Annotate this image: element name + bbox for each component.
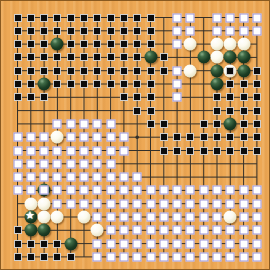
white-territory-marker	[66, 199, 75, 208]
white-territory-marker	[173, 186, 182, 195]
white-territory-marker	[13, 133, 22, 142]
white-territory-marker	[26, 146, 35, 155]
black-territory-marker	[93, 67, 101, 75]
black-territory-marker	[27, 253, 35, 261]
white-territory-marker	[226, 26, 235, 35]
white-stone	[184, 38, 197, 51]
black-territory-marker	[40, 240, 48, 248]
white-territory-marker	[213, 213, 222, 222]
white-territory-marker	[239, 252, 248, 261]
white-territory-marker	[146, 213, 155, 222]
white-territory-marker	[13, 173, 22, 182]
black-territory-marker	[107, 53, 115, 61]
black-territory-marker	[200, 120, 208, 128]
black-territory-marker	[213, 107, 221, 115]
black-territory-marker	[133, 107, 141, 115]
black-territory-marker	[53, 53, 61, 61]
white-stone	[78, 211, 91, 224]
white-territory-marker	[53, 159, 62, 168]
white-territory-marker	[106, 133, 115, 142]
black-territory-marker	[14, 14, 22, 22]
white-territory-marker	[159, 186, 168, 195]
black-territory-marker	[14, 53, 22, 61]
black-territory-marker	[240, 80, 248, 88]
white-territory-marker	[226, 13, 235, 22]
white-territory-marker	[252, 213, 261, 222]
black-territory-marker	[133, 80, 141, 88]
white-territory-marker	[173, 199, 182, 208]
white-territory-marker	[40, 133, 49, 142]
black-territory-marker	[14, 67, 22, 75]
black-stone	[64, 237, 77, 250]
white-territory-marker	[173, 26, 182, 35]
white-territory-marker	[146, 252, 155, 261]
black-territory-marker	[27, 93, 35, 101]
black-territory-marker	[53, 253, 61, 261]
black-territory-marker	[147, 120, 155, 128]
black-territory-marker	[107, 40, 115, 48]
black-territory-marker	[14, 253, 22, 261]
black-territory-marker	[120, 53, 128, 61]
black-territory-marker	[120, 67, 128, 75]
black-territory-marker	[240, 120, 248, 128]
white-territory-marker	[26, 159, 35, 168]
white-territory-marker	[173, 93, 182, 102]
white-territory-marker	[159, 199, 168, 208]
black-territory-marker	[80, 53, 88, 61]
white-territory-marker	[26, 186, 35, 195]
white-territory-marker	[66, 173, 75, 182]
white-territory-marker	[106, 186, 115, 195]
white-territory-marker	[40, 173, 49, 182]
white-territory-marker	[173, 40, 182, 49]
black-territory-marker	[253, 120, 261, 128]
black-territory-marker	[147, 67, 155, 75]
white-territory-marker	[252, 252, 261, 261]
white-territory-marker	[173, 252, 182, 261]
white-stone	[237, 38, 250, 51]
white-territory-marker	[239, 186, 248, 195]
white-territory-marker	[106, 252, 115, 261]
black-territory-marker	[27, 80, 35, 88]
black-territory-marker	[133, 40, 141, 48]
white-territory-marker	[80, 186, 89, 195]
black-territory-marker	[27, 14, 35, 22]
white-territory-marker	[66, 159, 75, 168]
white-territory-marker	[26, 173, 35, 182]
white-territory-marker	[93, 186, 102, 195]
white-territory-marker	[252, 186, 261, 195]
black-territory-marker	[27, 27, 35, 35]
black-territory-marker	[253, 147, 261, 155]
white-territory-marker	[80, 159, 89, 168]
white-territory-marker	[106, 119, 115, 128]
black-territory-marker	[107, 80, 115, 88]
white-territory-marker	[53, 199, 62, 208]
black-stone	[38, 224, 51, 237]
white-stone	[211, 38, 224, 51]
black-territory-marker	[53, 27, 61, 35]
black-stone	[224, 117, 237, 130]
white-territory-marker	[93, 133, 102, 142]
dead-mark-white-square	[40, 186, 49, 195]
white-territory-marker	[146, 186, 155, 195]
white-territory-marker	[173, 226, 182, 235]
go-board[interactable]: ★	[0, 0, 270, 270]
black-territory-marker	[213, 93, 221, 101]
white-stone	[224, 38, 237, 51]
white-territory-marker	[66, 133, 75, 142]
white-territory-marker	[213, 226, 222, 235]
dead-mark-black-square	[226, 67, 234, 75]
black-territory-marker	[53, 14, 61, 22]
white-stone	[91, 224, 104, 237]
black-stone	[224, 51, 237, 64]
white-territory-marker	[66, 146, 75, 155]
black-stone	[237, 51, 250, 64]
white-territory-marker	[199, 252, 208, 261]
black-territory-marker	[93, 53, 101, 61]
black-territory-marker	[53, 80, 61, 88]
black-stone	[197, 51, 210, 64]
black-territory-marker	[160, 147, 168, 155]
black-territory-marker	[226, 93, 234, 101]
white-territory-marker	[66, 186, 75, 195]
white-territory-marker	[106, 239, 115, 248]
white-territory-marker	[173, 213, 182, 222]
white-territory-marker	[93, 252, 102, 261]
white-stone	[51, 211, 64, 224]
white-territory-marker	[146, 239, 155, 248]
white-territory-marker	[146, 199, 155, 208]
black-territory-marker	[80, 40, 88, 48]
white-territory-marker	[199, 213, 208, 222]
black-stone	[237, 64, 250, 77]
white-territory-marker	[199, 199, 208, 208]
black-territory-marker	[226, 80, 234, 88]
black-territory-marker	[253, 107, 261, 115]
white-territory-marker	[106, 199, 115, 208]
white-territory-marker	[93, 146, 102, 155]
white-territory-marker	[133, 239, 142, 248]
black-territory-marker	[226, 133, 234, 141]
black-territory-marker	[80, 80, 88, 88]
black-stone	[211, 64, 224, 77]
white-territory-marker	[226, 226, 235, 235]
black-territory-marker	[240, 107, 248, 115]
black-territory-marker	[67, 80, 75, 88]
white-territory-marker	[133, 213, 142, 222]
black-territory-marker	[93, 80, 101, 88]
white-territory-marker	[26, 133, 35, 142]
black-territory-marker	[14, 226, 22, 234]
white-territory-marker	[186, 239, 195, 248]
black-territory-marker	[253, 93, 261, 101]
black-territory-marker	[186, 147, 194, 155]
white-territory-marker	[159, 226, 168, 235]
white-territory-marker	[53, 173, 62, 182]
white-territory-marker	[213, 26, 222, 35]
white-territory-marker	[53, 146, 62, 155]
black-territory-marker	[14, 80, 22, 88]
white-territory-marker	[146, 226, 155, 235]
white-territory-marker	[239, 199, 248, 208]
black-stone	[144, 51, 157, 64]
black-territory-marker	[240, 133, 248, 141]
black-territory-marker	[80, 14, 88, 22]
black-stone	[38, 78, 51, 91]
black-territory-marker	[160, 120, 168, 128]
black-stone	[51, 38, 64, 51]
black-territory-marker	[133, 27, 141, 35]
white-territory-marker	[186, 26, 195, 35]
white-territory-marker	[93, 199, 102, 208]
black-territory-marker	[120, 80, 128, 88]
white-territory-marker	[186, 13, 195, 22]
black-territory-marker	[147, 40, 155, 48]
white-territory-marker	[159, 213, 168, 222]
black-territory-marker	[67, 40, 75, 48]
white-stone	[51, 131, 64, 144]
black-territory-marker	[107, 67, 115, 75]
white-territory-marker	[119, 133, 128, 142]
white-territory-marker	[93, 173, 102, 182]
white-territory-marker	[199, 186, 208, 195]
black-territory-marker	[133, 14, 141, 22]
black-territory-marker	[27, 67, 35, 75]
white-territory-marker	[252, 239, 261, 248]
black-territory-marker	[186, 133, 194, 141]
white-territory-marker	[239, 226, 248, 235]
black-territory-marker	[93, 14, 101, 22]
black-territory-marker	[14, 27, 22, 35]
white-territory-marker	[252, 199, 261, 208]
white-territory-marker	[119, 213, 128, 222]
black-territory-marker	[14, 93, 22, 101]
black-territory-marker	[173, 133, 181, 141]
black-territory-marker	[27, 240, 35, 248]
white-territory-marker	[133, 186, 142, 195]
black-territory-marker	[14, 40, 22, 48]
white-territory-marker	[252, 226, 261, 235]
white-territory-marker	[133, 173, 142, 182]
white-territory-marker	[53, 186, 62, 195]
white-stone	[38, 197, 51, 210]
white-territory-marker	[173, 13, 182, 22]
black-territory-marker	[240, 147, 248, 155]
black-territory-marker	[40, 27, 48, 35]
black-territory-marker	[67, 53, 75, 61]
white-territory-marker	[173, 239, 182, 248]
white-territory-marker	[133, 226, 142, 235]
white-territory-marker	[93, 159, 102, 168]
black-territory-marker	[67, 67, 75, 75]
black-territory-marker	[133, 53, 141, 61]
black-territory-marker	[80, 27, 88, 35]
white-territory-marker	[93, 239, 102, 248]
white-territory-marker	[159, 252, 168, 261]
black-territory-marker	[67, 253, 75, 261]
white-territory-marker	[119, 199, 128, 208]
white-territory-marker	[106, 173, 115, 182]
white-territory-marker	[226, 252, 235, 261]
white-territory-marker	[186, 186, 195, 195]
white-territory-marker	[66, 119, 75, 128]
black-territory-marker	[160, 53, 168, 61]
white-territory-marker	[13, 159, 22, 168]
star-marked-black-stone	[24, 211, 37, 224]
hoshi-point	[135, 135, 139, 139]
black-territory-marker	[226, 107, 234, 115]
black-territory-marker	[213, 133, 221, 141]
white-territory-marker	[213, 186, 222, 195]
black-stone	[211, 78, 224, 91]
black-territory-marker	[147, 80, 155, 88]
white-territory-marker	[199, 226, 208, 235]
white-territory-marker	[119, 226, 128, 235]
black-territory-marker	[107, 14, 115, 22]
white-territory-marker	[80, 199, 89, 208]
white-territory-marker	[213, 199, 222, 208]
black-territory-marker	[173, 147, 181, 155]
black-territory-marker	[40, 14, 48, 22]
white-territory-marker	[159, 239, 168, 248]
black-territory-marker	[133, 67, 141, 75]
white-territory-marker	[226, 239, 235, 248]
black-territory-marker	[120, 14, 128, 22]
white-stone	[224, 211, 237, 224]
black-territory-marker	[40, 67, 48, 75]
white-territory-marker	[173, 66, 182, 75]
black-territory-marker	[27, 40, 35, 48]
black-territory-marker	[147, 27, 155, 35]
white-territory-marker	[186, 213, 195, 222]
black-territory-marker	[27, 53, 35, 61]
black-territory-marker	[160, 67, 168, 75]
white-territory-marker	[252, 13, 261, 22]
white-territory-marker	[106, 146, 115, 155]
white-territory-marker	[252, 26, 261, 35]
black-territory-marker	[253, 133, 261, 141]
white-stone	[38, 211, 51, 224]
black-territory-marker	[93, 27, 101, 35]
white-territory-marker	[213, 252, 222, 261]
white-territory-marker	[13, 186, 22, 195]
black-territory-marker	[40, 93, 48, 101]
black-territory-marker	[120, 27, 128, 35]
black-territory-marker	[53, 240, 61, 248]
black-territory-marker	[253, 80, 261, 88]
black-territory-marker	[40, 253, 48, 261]
black-territory-marker	[213, 147, 221, 155]
black-territory-marker	[67, 27, 75, 35]
white-stone	[211, 51, 224, 64]
white-territory-marker	[226, 186, 235, 195]
white-territory-marker	[119, 239, 128, 248]
black-territory-marker	[80, 67, 88, 75]
white-territory-marker	[80, 119, 89, 128]
black-territory-marker	[200, 133, 208, 141]
white-territory-marker	[226, 199, 235, 208]
black-territory-marker	[160, 133, 168, 141]
white-territory-marker	[106, 226, 115, 235]
white-territory-marker	[133, 199, 142, 208]
white-territory-marker	[80, 173, 89, 182]
white-territory-marker	[239, 239, 248, 248]
white-territory-marker	[213, 239, 222, 248]
white-territory-marker	[80, 146, 89, 155]
black-territory-marker	[147, 93, 155, 101]
white-territory-marker	[40, 159, 49, 168]
white-stone	[184, 64, 197, 77]
white-territory-marker	[213, 13, 222, 22]
white-territory-marker	[119, 173, 128, 182]
white-territory-marker	[239, 213, 248, 222]
black-territory-marker	[107, 27, 115, 35]
white-territory-marker	[80, 133, 89, 142]
black-stone	[24, 224, 37, 237]
white-territory-marker	[53, 119, 62, 128]
white-stone	[24, 197, 37, 210]
white-territory-marker	[93, 119, 102, 128]
white-territory-marker	[13, 146, 22, 155]
black-territory-marker	[14, 240, 22, 248]
white-territory-marker	[239, 13, 248, 22]
white-territory-marker	[119, 252, 128, 261]
white-territory-marker	[119, 146, 128, 155]
black-territory-marker	[240, 93, 248, 101]
black-territory-marker	[253, 67, 261, 75]
black-territory-marker	[147, 107, 155, 115]
white-territory-marker	[133, 252, 142, 261]
black-territory-marker	[53, 67, 61, 75]
black-territory-marker	[213, 120, 221, 128]
black-territory-marker	[200, 147, 208, 155]
white-territory-marker	[106, 159, 115, 168]
black-territory-marker	[67, 14, 75, 22]
white-territory-marker	[199, 239, 208, 248]
black-territory-marker	[133, 93, 141, 101]
white-territory-marker	[239, 26, 248, 35]
black-territory-marker	[120, 93, 128, 101]
white-territory-marker	[106, 213, 115, 222]
black-territory-marker	[120, 40, 128, 48]
white-territory-marker	[186, 252, 195, 261]
white-territory-marker	[186, 199, 195, 208]
black-territory-marker	[147, 14, 155, 22]
white-territory-marker	[93, 213, 102, 222]
white-territory-marker	[119, 186, 128, 195]
white-territory-marker	[173, 80, 182, 89]
black-territory-marker	[93, 40, 101, 48]
white-territory-marker	[186, 226, 195, 235]
black-territory-marker	[40, 40, 48, 48]
black-territory-marker	[226, 147, 234, 155]
black-territory-marker	[40, 53, 48, 61]
white-territory-marker	[40, 146, 49, 155]
